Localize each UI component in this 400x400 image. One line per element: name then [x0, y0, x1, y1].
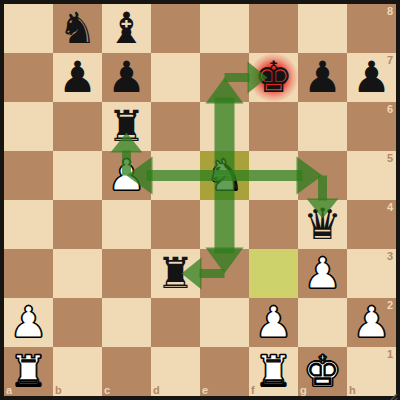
resize-grip-icon: [388, 393, 398, 400]
square-h4[interactable]: 4: [347, 200, 396, 249]
square-h5[interactable]: 5: [347, 151, 396, 200]
square-b3[interactable]: [53, 249, 102, 298]
piece-white-pawn[interactable]: ♟: [249, 298, 298, 347]
square-f1[interactable]: ♜f: [249, 347, 298, 396]
square-a3[interactable]: [4, 249, 53, 298]
chess-board: ♞♝8♟♟♚♟♟7♜6♟♞5♛4♜♟3♟♟♟2♜abcde♜f♚gh1: [4, 4, 396, 396]
square-c3[interactable]: [102, 249, 151, 298]
square-e5[interactable]: ♞: [200, 151, 249, 200]
square-d2[interactable]: [151, 298, 200, 347]
piece-white-king[interactable]: ♚: [298, 347, 347, 396]
square-e6[interactable]: [200, 102, 249, 151]
square-f7[interactable]: ♚: [249, 53, 298, 102]
square-c8[interactable]: ♝: [102, 4, 151, 53]
square-g2[interactable]: [298, 298, 347, 347]
square-b7[interactable]: ♟: [53, 53, 102, 102]
rank-label-3: 3: [387, 250, 393, 262]
square-b6[interactable]: [53, 102, 102, 151]
square-g8[interactable]: [298, 4, 347, 53]
square-b1[interactable]: b: [53, 347, 102, 396]
file-label-h: h: [349, 384, 356, 396]
square-g3[interactable]: ♟: [298, 249, 347, 298]
square-d3[interactable]: ♜: [151, 249, 200, 298]
square-c6[interactable]: ♜: [102, 102, 151, 151]
square-a4[interactable]: [4, 200, 53, 249]
piece-black-rook[interactable]: ♜: [102, 102, 151, 151]
square-e3[interactable]: [200, 249, 249, 298]
file-label-b: b: [55, 384, 62, 396]
square-e8[interactable]: [200, 4, 249, 53]
square-a2[interactable]: ♟: [4, 298, 53, 347]
rank-label-4: 4: [387, 201, 393, 213]
square-h7[interactable]: ♟7: [347, 53, 396, 102]
square-c2[interactable]: [102, 298, 151, 347]
chess-board-frame: ♞♝8♟♟♚♟♟7♜6♟♞5♛4♜♟3♟♟♟2♜abcde♜f♚gh1: [0, 0, 400, 400]
square-e4[interactable]: [200, 200, 249, 249]
square-b5[interactable]: [53, 151, 102, 200]
piece-black-pawn[interactable]: ♟: [347, 53, 396, 102]
square-c5[interactable]: ♟: [102, 151, 151, 200]
piece-black-king[interactable]: ♚: [249, 53, 298, 102]
square-d6[interactable]: [151, 102, 200, 151]
square-d8[interactable]: [151, 4, 200, 53]
piece-black-pawn[interactable]: ♟: [298, 53, 347, 102]
rank-label-8: 8: [387, 5, 393, 17]
square-f3[interactable]: [249, 249, 298, 298]
piece-white-rook[interactable]: ♜: [4, 347, 53, 396]
piece-black-bishop[interactable]: ♝: [102, 4, 151, 53]
square-f5[interactable]: [249, 151, 298, 200]
square-e2[interactable]: [200, 298, 249, 347]
square-d1[interactable]: d: [151, 347, 200, 396]
piece-black-rook[interactable]: ♜: [151, 249, 200, 298]
piece-white-pawn[interactable]: ♟: [102, 151, 151, 200]
square-g6[interactable]: [298, 102, 347, 151]
rank-label-6: 6: [387, 103, 393, 115]
piece-black-queen[interactable]: ♛: [298, 200, 347, 249]
square-d5[interactable]: [151, 151, 200, 200]
square-f4[interactable]: [249, 200, 298, 249]
square-c4[interactable]: [102, 200, 151, 249]
square-a1[interactable]: ♜a: [4, 347, 53, 396]
square-g7[interactable]: ♟: [298, 53, 347, 102]
square-a7[interactable]: [4, 53, 53, 102]
square-c7[interactable]: ♟: [102, 53, 151, 102]
file-label-c: c: [104, 384, 110, 396]
square-f2[interactable]: ♟: [249, 298, 298, 347]
square-c1[interactable]: c: [102, 347, 151, 396]
square-f8[interactable]: [249, 4, 298, 53]
square-h2[interactable]: ♟2: [347, 298, 396, 347]
piece-white-pawn[interactable]: ♟: [4, 298, 53, 347]
square-a8[interactable]: [4, 4, 53, 53]
rank-label-1: 1: [387, 348, 393, 360]
rank-label-5: 5: [387, 152, 393, 164]
board-resize-handle[interactable]: [388, 388, 398, 398]
square-a6[interactable]: [4, 102, 53, 151]
file-label-d: d: [153, 384, 160, 396]
piece-black-pawn[interactable]: ♟: [102, 53, 151, 102]
piece-black-pawn[interactable]: ♟: [53, 53, 102, 102]
square-b2[interactable]: [53, 298, 102, 347]
square-h8[interactable]: 8: [347, 4, 396, 53]
file-label-e: e: [202, 384, 208, 396]
square-a5[interactable]: [4, 151, 53, 200]
square-d7[interactable]: [151, 53, 200, 102]
square-g4[interactable]: ♛: [298, 200, 347, 249]
square-d4[interactable]: [151, 200, 200, 249]
square-e1[interactable]: e: [200, 347, 249, 396]
square-b8[interactable]: ♞: [53, 4, 102, 53]
square-g5[interactable]: [298, 151, 347, 200]
square-h3[interactable]: 3: [347, 249, 396, 298]
piece-white-pawn[interactable]: ♟: [347, 298, 396, 347]
square-f6[interactable]: [249, 102, 298, 151]
square-b4[interactable]: [53, 200, 102, 249]
piece-white-pawn[interactable]: ♟: [298, 249, 347, 298]
square-e7[interactable]: [200, 53, 249, 102]
piece-black-knight[interactable]: ♞: [53, 4, 102, 53]
piece-white-knight[interactable]: ♞: [200, 151, 249, 200]
square-g1[interactable]: ♚g: [298, 347, 347, 396]
piece-white-rook[interactable]: ♜: [249, 347, 298, 396]
square-h6[interactable]: 6: [347, 102, 396, 151]
